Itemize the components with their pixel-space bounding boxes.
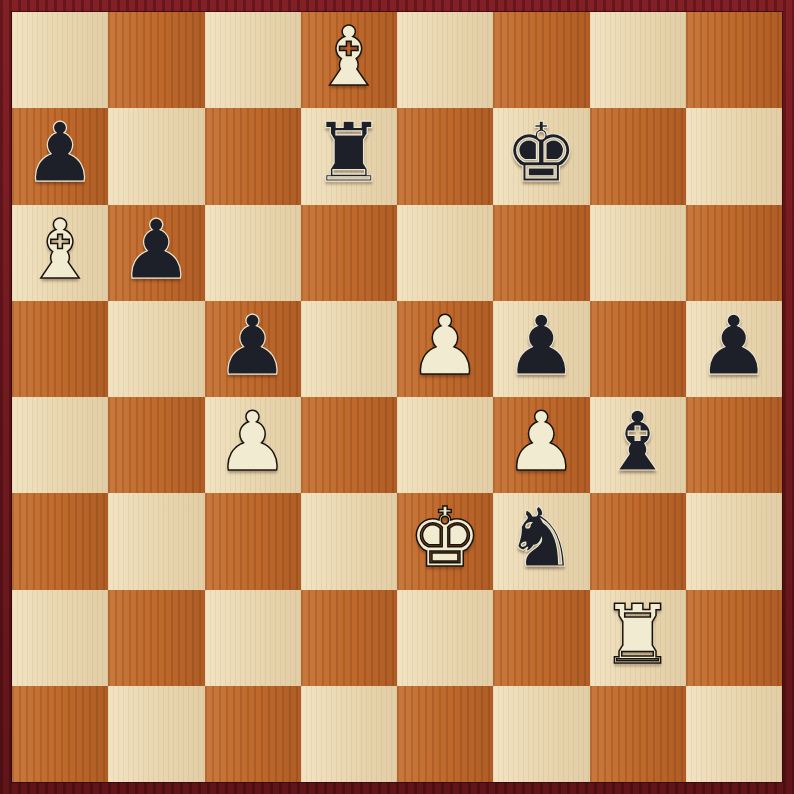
square-g2[interactable]: ♜ [590,590,686,686]
piece-white-pawn-e5[interactable]: ♟ [408,305,482,387]
square-g3[interactable] [590,493,686,589]
chess-board: ♝♟♜♚♝♟♟♟♟♟♟♟♝♚♞♜ [12,12,782,782]
piece-black-rook-d7[interactable]: ♜ [312,112,386,194]
square-e8[interactable] [397,12,493,108]
square-g4[interactable]: ♝ [590,397,686,493]
square-h2[interactable] [686,590,782,686]
square-f2[interactable] [493,590,589,686]
piece-black-pawn-a7[interactable]: ♟ [23,112,97,194]
square-e5[interactable]: ♟ [397,301,493,397]
square-h8[interactable] [686,12,782,108]
square-d7[interactable]: ♜ [301,108,397,204]
piece-black-bishop-g4[interactable]: ♝ [601,401,675,483]
square-b4[interactable] [108,397,204,493]
square-a1[interactable] [12,686,108,782]
piece-white-bishop-d8[interactable]: ♝ [312,16,386,98]
square-g6[interactable] [590,205,686,301]
square-a4[interactable] [12,397,108,493]
square-g5[interactable] [590,301,686,397]
square-d8[interactable]: ♝ [301,12,397,108]
square-b3[interactable] [108,493,204,589]
square-c5[interactable]: ♟ [205,301,301,397]
square-b8[interactable] [108,12,204,108]
square-e4[interactable] [397,397,493,493]
square-b1[interactable] [108,686,204,782]
square-d6[interactable] [301,205,397,301]
square-d3[interactable] [301,493,397,589]
piece-white-king-e3[interactable]: ♚ [408,497,482,579]
square-a5[interactable] [12,301,108,397]
square-c4[interactable]: ♟ [205,397,301,493]
square-a8[interactable] [12,12,108,108]
square-h7[interactable] [686,108,782,204]
piece-black-pawn-h5[interactable]: ♟ [697,305,771,387]
piece-black-pawn-b6[interactable]: ♟ [120,209,194,291]
square-a6[interactable]: ♝ [12,205,108,301]
square-g7[interactable] [590,108,686,204]
piece-black-king-f7[interactable]: ♚ [505,112,579,194]
square-h5[interactable]: ♟ [686,301,782,397]
square-h6[interactable] [686,205,782,301]
square-f6[interactable] [493,205,589,301]
square-d1[interactable] [301,686,397,782]
square-a2[interactable] [12,590,108,686]
square-g1[interactable] [590,686,686,782]
square-c3[interactable] [205,493,301,589]
square-a7[interactable]: ♟ [12,108,108,204]
piece-black-knight-f3[interactable]: ♞ [505,497,579,579]
square-c2[interactable] [205,590,301,686]
piece-white-pawn-c4[interactable]: ♟ [216,401,290,483]
square-h4[interactable] [686,397,782,493]
square-c8[interactable] [205,12,301,108]
square-e6[interactable] [397,205,493,301]
square-f8[interactable] [493,12,589,108]
square-h1[interactable] [686,686,782,782]
square-e7[interactable] [397,108,493,204]
square-e2[interactable] [397,590,493,686]
square-d5[interactable] [301,301,397,397]
square-c1[interactable] [205,686,301,782]
square-f4[interactable]: ♟ [493,397,589,493]
piece-white-rook-g2[interactable]: ♜ [601,594,675,676]
square-b6[interactable]: ♟ [108,205,204,301]
piece-black-pawn-c5[interactable]: ♟ [216,305,290,387]
square-b7[interactable] [108,108,204,204]
board-frame: ♝♟♜♚♝♟♟♟♟♟♟♟♝♚♞♜ [0,0,794,794]
square-e1[interactable] [397,686,493,782]
piece-white-pawn-f4[interactable]: ♟ [505,401,579,483]
piece-black-pawn-f5[interactable]: ♟ [505,305,579,387]
square-f1[interactable] [493,686,589,782]
square-b2[interactable] [108,590,204,686]
square-c7[interactable] [205,108,301,204]
square-e3[interactable]: ♚ [397,493,493,589]
square-h3[interactable] [686,493,782,589]
square-f5[interactable]: ♟ [493,301,589,397]
square-f7[interactable]: ♚ [493,108,589,204]
square-d4[interactable] [301,397,397,493]
square-a3[interactable] [12,493,108,589]
square-c6[interactable] [205,205,301,301]
square-d2[interactable] [301,590,397,686]
square-g8[interactable] [590,12,686,108]
piece-white-bishop-a6[interactable]: ♝ [23,209,97,291]
square-b5[interactable] [108,301,204,397]
square-f3[interactable]: ♞ [493,493,589,589]
